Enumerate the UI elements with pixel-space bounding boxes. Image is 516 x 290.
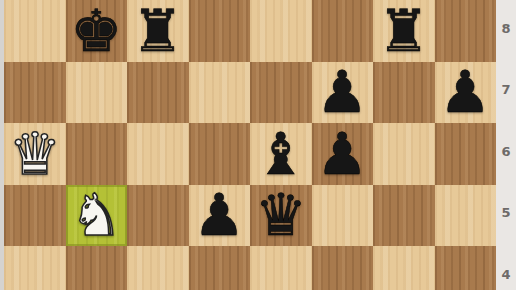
piece-black-rook-g8[interactable]: ♜: [373, 0, 435, 62]
square-f8[interactable]: [312, 0, 374, 62]
square-h6[interactable]: [435, 123, 497, 185]
square-g5[interactable]: [373, 185, 435, 247]
square-h8[interactable]: [435, 0, 497, 62]
square-f4[interactable]: [312, 246, 374, 290]
square-d7[interactable]: [189, 62, 251, 124]
square-f7[interactable]: ♟: [312, 62, 374, 124]
rank-label-6: 6: [497, 144, 515, 159]
square-g4[interactable]: [373, 246, 435, 290]
chess-app-window: ♚♜♜♟♟♛♝♟♞♟♛ 87654: [0, 0, 516, 290]
piece-black-pawn-h7[interactable]: ♟: [435, 62, 497, 124]
square-c6[interactable]: [127, 123, 189, 185]
piece-white-knight-b5[interactable]: ♞: [66, 185, 128, 247]
square-c7[interactable]: [127, 62, 189, 124]
square-d4[interactable]: [189, 246, 251, 290]
piece-white-queen-a6[interactable]: ♛: [4, 123, 66, 185]
square-b7[interactable]: [66, 62, 128, 124]
piece-black-bishop-e6[interactable]: ♝: [250, 123, 312, 185]
square-f6[interactable]: ♟: [312, 123, 374, 185]
square-c5[interactable]: [127, 185, 189, 247]
square-d6[interactable]: [189, 123, 251, 185]
piece-black-rook-c8[interactable]: ♜: [127, 0, 189, 62]
piece-black-king-b8[interactable]: ♚: [66, 0, 128, 62]
square-h4[interactable]: [435, 246, 497, 290]
square-e5[interactable]: ♛: [250, 185, 312, 247]
square-a4[interactable]: [4, 246, 66, 290]
piece-black-queen-e5[interactable]: ♛: [250, 185, 312, 247]
square-a8[interactable]: [4, 0, 66, 62]
square-h7[interactable]: ♟: [435, 62, 497, 124]
square-b4[interactable]: [66, 246, 128, 290]
rank-label-4: 4: [497, 267, 515, 282]
square-e4[interactable]: [250, 246, 312, 290]
square-g7[interactable]: [373, 62, 435, 124]
square-e8[interactable]: [250, 0, 312, 62]
square-c4[interactable]: [127, 246, 189, 290]
piece-black-pawn-f6[interactable]: ♟: [312, 123, 374, 185]
square-h5[interactable]: [435, 185, 497, 247]
square-e6[interactable]: ♝: [250, 123, 312, 185]
square-d8[interactable]: [189, 0, 251, 62]
piece-black-pawn-f7[interactable]: ♟: [312, 62, 374, 124]
square-g8[interactable]: ♜: [373, 0, 435, 62]
square-b5[interactable]: ♞: [66, 185, 128, 247]
rank-label-5: 5: [497, 205, 515, 220]
square-c8[interactable]: ♜: [127, 0, 189, 62]
square-e7[interactable]: [250, 62, 312, 124]
rank-label-8: 8: [497, 21, 515, 36]
piece-black-pawn-d5[interactable]: ♟: [189, 185, 251, 247]
square-a6[interactable]: ♛: [4, 123, 66, 185]
square-b8[interactable]: ♚: [66, 0, 128, 62]
square-g6[interactable]: [373, 123, 435, 185]
square-b6[interactable]: [66, 123, 128, 185]
square-a7[interactable]: [4, 62, 66, 124]
square-f5[interactable]: [312, 185, 374, 247]
square-a5[interactable]: [4, 185, 66, 247]
square-d5[interactable]: ♟: [189, 185, 251, 247]
rank-label-7: 7: [497, 82, 515, 97]
chess-board: ♚♜♜♟♟♛♝♟♞♟♛: [4, 0, 496, 290]
